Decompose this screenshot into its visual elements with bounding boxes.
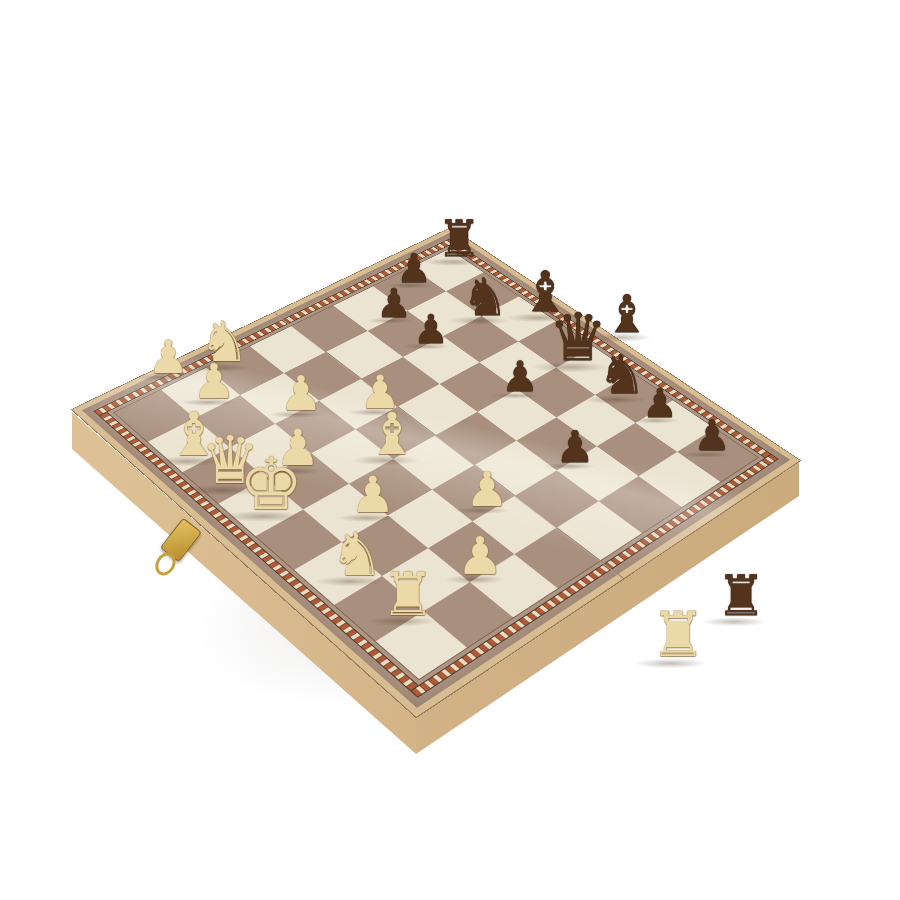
black-bishop-e8[interactable]: ♝: [604, 288, 651, 340]
black-pawn-b6[interactable]: ♟: [376, 283, 412, 323]
white-pawn-icon: ♟: [465, 465, 508, 513]
product-photo-stage: ♜♟♝♟♞♝♟♛♞♟♟♞♟♟♟♟♟♝♝♟♟♛♟♚♟♟♞♜♜♜: [0, 0, 900, 900]
black-pawn-icon: ♟: [642, 383, 678, 423]
white-pawn-icon: ♟: [351, 470, 396, 520]
white-pawn-icon: ♟: [279, 369, 322, 417]
black-pawn-icon: ♟: [693, 415, 731, 457]
white-pawn-h2[interactable]: ♟: [457, 530, 504, 582]
black-pawn-icon: ♟: [501, 356, 539, 398]
black-rook-icon: ♜: [437, 214, 482, 264]
black-pawn-e6[interactable]: ♟: [501, 356, 539, 398]
black-knight-icon: ♞: [598, 348, 646, 402]
black-knight-icon: ♞: [462, 271, 509, 323]
white-pawn-c3[interactable]: ♟: [279, 369, 322, 417]
white-bishop-e3[interactable]: ♝: [366, 405, 418, 463]
white-pawn-b2[interactable]: ♟: [192, 357, 235, 405]
white-king-icon: ♚: [239, 448, 304, 520]
black-pawn-c6[interactable]: ♟: [413, 309, 449, 349]
black-knight-c7[interactable]: ♞: [462, 271, 509, 323]
white-king-e1[interactable]: ♚: [239, 448, 304, 520]
black-rook-icon: ♜: [716, 568, 766, 624]
white-pawn-f2[interactable]: ♟: [351, 470, 396, 520]
black-pawn-icon: ♟: [413, 309, 449, 349]
white-pawn-icon: ♟: [457, 530, 504, 582]
black-pawn-icon: ♟: [555, 425, 594, 469]
white-pawn-a2[interactable]: ♟: [147, 334, 188, 380]
black-pawn-h7[interactable]: ♟: [693, 415, 731, 457]
white-rook-h1[interactable]: ♜: [381, 564, 435, 624]
black-knight-f7[interactable]: ♞: [598, 348, 646, 402]
white-pawn-icon: ♟: [192, 357, 235, 405]
black-rook-off[interactable]: ♜: [716, 568, 766, 624]
white-rook-off[interactable]: ♜: [650, 604, 706, 666]
black-rook-a8[interactable]: ♜: [437, 214, 482, 264]
black-pawn-icon: ♟: [376, 283, 412, 323]
white-rook-icon: ♜: [381, 564, 435, 624]
white-pawn-icon: ♟: [147, 334, 188, 380]
white-knight-g1[interactable]: ♞: [330, 524, 384, 584]
white-knight-icon: ♞: [330, 524, 384, 584]
white-pawn-g4[interactable]: ♟: [465, 465, 508, 513]
white-bishop-icon: ♝: [366, 405, 418, 463]
black-pawn-g5[interactable]: ♟: [555, 425, 594, 469]
black-bishop-icon: ♝: [604, 288, 651, 340]
white-rook-icon: ♜: [650, 604, 706, 666]
black-pawn-g7[interactable]: ♟: [642, 383, 678, 423]
